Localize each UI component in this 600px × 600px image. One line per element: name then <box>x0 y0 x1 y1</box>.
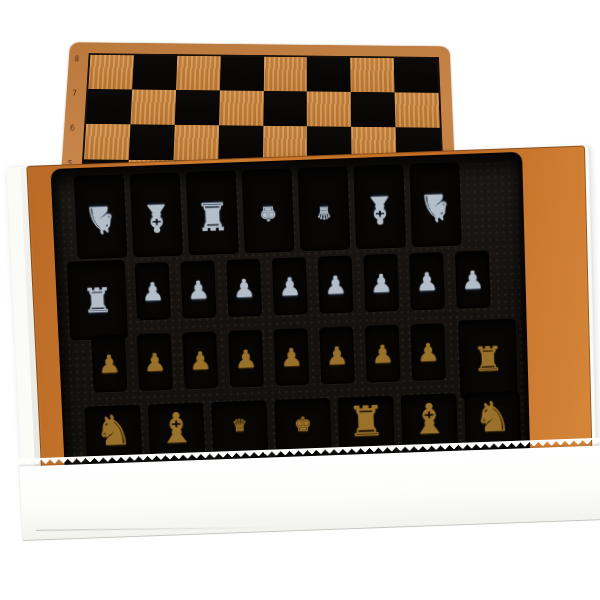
foam-slot: ♟ <box>182 331 218 389</box>
foam-slot: ♜ <box>186 170 239 255</box>
foam-insert: ♞♝♜♚♛♝♞♜♟♟♟♟♟♟♟♟♟♟♟♟♟♟♟♟♜♞♝♛♚♜♝♞ <box>50 152 530 485</box>
silver-pawn-piece[interactable]: ♟ <box>461 267 484 292</box>
gold-knight-piece[interactable]: ♞ <box>473 396 511 438</box>
foam-slot: ♟ <box>410 323 445 381</box>
board-square <box>395 92 440 127</box>
foam-slot: ♟ <box>272 257 308 315</box>
board-square <box>88 55 133 90</box>
board-square <box>86 89 132 124</box>
board-square <box>307 57 351 92</box>
silver-pawn-piece[interactable]: ♟ <box>370 270 393 295</box>
foam-slot: ♟ <box>135 262 171 320</box>
tray-row-gold-pawns-and-rook: ♟♟♟♟♟♟♟♟♜ <box>91 320 517 392</box>
foam-slot: ♝ <box>130 172 183 257</box>
gold-bishop-piece[interactable]: ♝ <box>410 398 448 440</box>
silver-rook-piece[interactable]: ♜ <box>82 283 114 318</box>
silver-bishop-piece[interactable]: ♝ <box>362 190 397 229</box>
gold-rook-piece[interactable]: ♜ <box>472 342 503 376</box>
foam-slot: ♞ <box>74 174 128 259</box>
foam-slot: ♟ <box>318 255 354 313</box>
foam-slot: ♜ <box>458 319 518 399</box>
rank-label: 7 <box>70 90 84 125</box>
gold-pawn-piece[interactable]: ♟ <box>189 348 212 373</box>
board-square <box>307 91 351 126</box>
gold-pawn-piece[interactable]: ♟ <box>143 349 166 374</box>
foam-slot: ♜ <box>67 260 128 341</box>
board-square <box>175 90 220 125</box>
rank-label: 6 <box>68 125 82 161</box>
board-square <box>130 89 175 124</box>
gold-king-piece[interactable]: ♚ <box>294 414 312 434</box>
board-square <box>351 92 396 127</box>
tray-row-silver-majors: ♞♝♜♚♛♝♞ <box>74 162 462 259</box>
foam-slot: ♚ <box>242 168 295 253</box>
board-square <box>263 91 307 126</box>
board-square <box>84 124 130 160</box>
silver-pawn-piece[interactable]: ♟ <box>187 277 210 302</box>
foam-slot: ♟ <box>91 335 127 393</box>
silver-pawn-piece[interactable]: ♟ <box>233 275 256 300</box>
foam-slot: ♟ <box>365 325 401 383</box>
gold-pawn-piece[interactable]: ♟ <box>326 343 349 368</box>
board-square <box>394 58 439 93</box>
gold-pawn-piece[interactable]: ♟ <box>371 341 394 366</box>
gold-pawn-piece[interactable]: ♟ <box>98 351 121 376</box>
box-front-face <box>19 446 600 541</box>
silver-knight-piece[interactable]: ♞ <box>418 188 453 227</box>
silver-queen-piece[interactable]: ♛ <box>316 203 332 221</box>
silver-rook-piece[interactable]: ♜ <box>195 196 230 235</box>
board-square <box>129 124 175 160</box>
board-square <box>350 58 394 93</box>
foam-slot: ♟ <box>409 252 445 310</box>
foam-slot: ♟ <box>137 333 173 391</box>
chess-set-storage-box: ♞♝♜♚♛♝♞♜♟♟♟♟♟♟♟♟♟♟♟♟♟♟♟♟♜♞♝♛♚♜♝♞ <box>6 145 598 531</box>
foam-slot: ♟ <box>226 259 262 317</box>
foam-slot: ♟ <box>228 330 264 388</box>
foam-slot: ♟ <box>319 326 355 384</box>
gold-rook-piece[interactable]: ♜ <box>347 401 386 443</box>
board-square <box>173 125 218 161</box>
foam-slot: ♞ <box>409 162 461 247</box>
gold-pawn-piece[interactable]: ♟ <box>417 339 440 364</box>
silver-king-piece[interactable]: ♚ <box>259 204 278 224</box>
gold-queen-piece[interactable]: ♛ <box>232 418 248 436</box>
board-square <box>263 57 307 92</box>
tray-row-silver-rook-and-pawns: ♜♟♟♟♟♟♟♟♟ <box>67 250 490 322</box>
silver-knight-piece[interactable]: ♞ <box>83 200 119 239</box>
silver-pawn-piece[interactable]: ♟ <box>278 274 301 299</box>
board-square <box>218 125 263 161</box>
product-photo-stage: 8765 ♞♝♜♚♛♝♞♜♟♟♟♟♟♟♟♟♟♟♟♟♟♟♟♟♜♞♝♛♚♜♝♞ <box>0 0 600 600</box>
box-front-crease <box>36 527 282 531</box>
silver-pawn-piece[interactable]: ♟ <box>324 272 347 297</box>
gold-pawn-piece[interactable]: ♟ <box>234 346 257 371</box>
foam-slot: ♟ <box>363 254 399 312</box>
silver-bishop-piece[interactable]: ♝ <box>139 198 175 237</box>
board-square <box>219 90 264 125</box>
silver-pawn-piece[interactable]: ♟ <box>415 269 438 294</box>
foam-slot: ♛ <box>297 166 350 251</box>
foam-slot: ♟ <box>180 260 216 318</box>
foam-slot: ♝ <box>353 164 406 249</box>
gold-bishop-piece[interactable]: ♝ <box>157 408 196 450</box>
gold-knight-piece[interactable]: ♞ <box>94 410 133 452</box>
gold-pawn-piece[interactable]: ♟ <box>280 344 303 369</box>
board-square <box>132 55 177 90</box>
silver-pawn-piece[interactable]: ♟ <box>141 279 164 304</box>
board-square <box>220 56 264 91</box>
foam-slot: ♟ <box>274 328 310 386</box>
foam-slot: ♟ <box>455 250 490 308</box>
rank-label: 8 <box>72 55 85 89</box>
board-square <box>176 56 221 91</box>
